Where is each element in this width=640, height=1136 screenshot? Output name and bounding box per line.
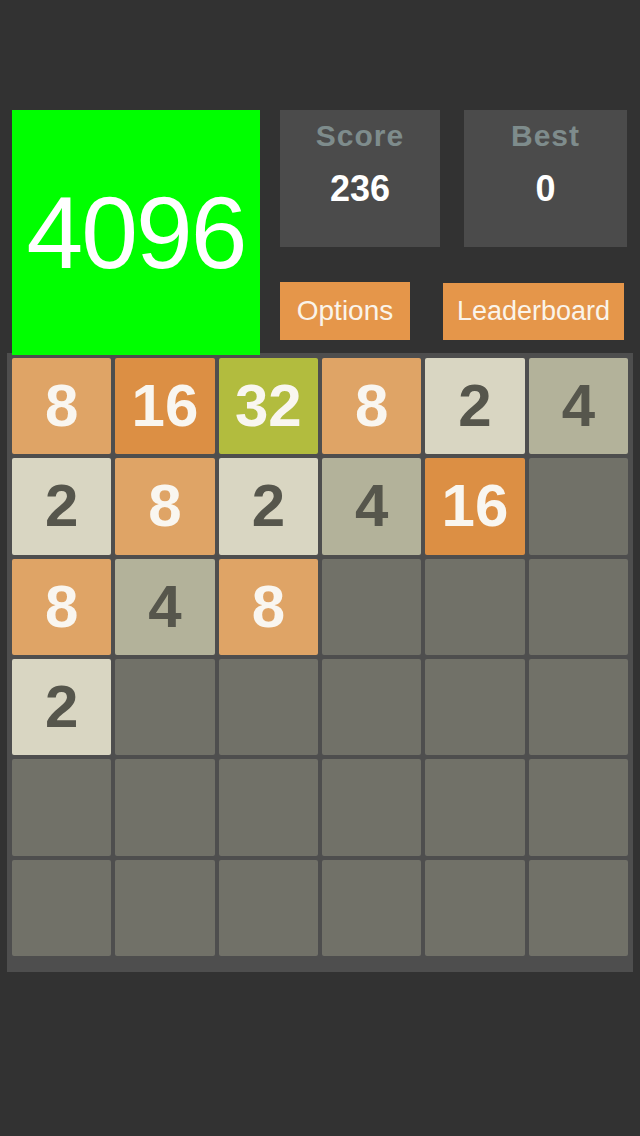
empty-cell-r6c2	[115, 860, 214, 956]
empty-cell-r3c5	[425, 559, 524, 655]
tile-4-r2c4: 4	[322, 458, 421, 554]
best-value: 0	[535, 169, 555, 209]
tile-4-r3c2: 4	[115, 559, 214, 655]
app-logo-tile-4096: 4096	[12, 110, 260, 355]
empty-cell-r2c6	[529, 458, 628, 554]
app-screen: 4096 Score 236 Best 0 Options Leaderboar…	[0, 0, 640, 1136]
empty-cell-r4c6	[529, 659, 628, 755]
tile-2-r1c5: 2	[425, 358, 524, 454]
score-value: 236	[330, 169, 390, 209]
empty-cell-r6c4	[322, 860, 421, 956]
empty-cell-r6c5	[425, 860, 524, 956]
tile-8-r3c1: 8	[12, 559, 111, 655]
empty-cell-r4c4	[322, 659, 421, 755]
tile-2-r2c1: 2	[12, 458, 111, 554]
tile-16-r1c2: 16	[115, 358, 214, 454]
best-panel: Best 0	[464, 110, 627, 247]
game-board[interactable]: 816328242824168482	[7, 353, 633, 972]
empty-cell-r4c5	[425, 659, 524, 755]
options-button[interactable]: Options	[280, 282, 410, 340]
leaderboard-button[interactable]: Leaderboard	[443, 283, 624, 340]
tile-8-r2c2: 8	[115, 458, 214, 554]
empty-cell-r6c1	[12, 860, 111, 956]
tile-8-r3c3: 8	[219, 559, 318, 655]
empty-cell-r5c5	[425, 759, 524, 855]
empty-cell-r4c2	[115, 659, 214, 755]
empty-cell-r6c6	[529, 860, 628, 956]
tile-4-r1c6: 4	[529, 358, 628, 454]
tile-2-r4c1: 2	[12, 659, 111, 755]
empty-cell-r3c4	[322, 559, 421, 655]
score-label: Score	[316, 117, 404, 155]
empty-cell-r3c6	[529, 559, 628, 655]
empty-cell-r6c3	[219, 860, 318, 956]
empty-cell-r5c3	[219, 759, 318, 855]
empty-cell-r5c1	[12, 759, 111, 855]
tile-8-r1c4: 8	[322, 358, 421, 454]
score-panel: Score 236	[280, 110, 440, 247]
empty-cell-r5c6	[529, 759, 628, 855]
tile-16-r2c5: 16	[425, 458, 524, 554]
tile-2-r2c3: 2	[219, 458, 318, 554]
tile-8-r1c1: 8	[12, 358, 111, 454]
empty-cell-r5c4	[322, 759, 421, 855]
empty-cell-r5c2	[115, 759, 214, 855]
empty-cell-r4c3	[219, 659, 318, 755]
best-label: Best	[511, 117, 580, 155]
tile-32-r1c3: 32	[219, 358, 318, 454]
